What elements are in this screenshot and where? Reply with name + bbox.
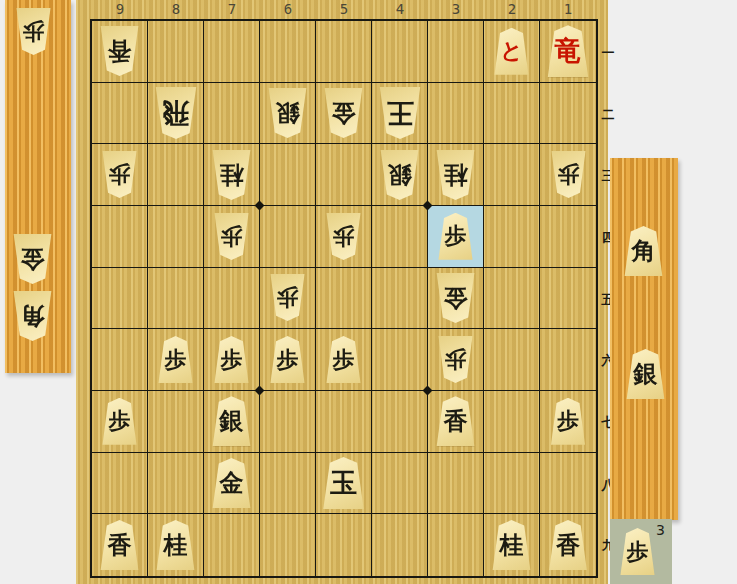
sente-hand-silver[interactable]: 銀	[625, 349, 666, 399]
square-2-6[interactable]	[484, 329, 540, 391]
piece-sente-tokin[interactable]: と	[493, 28, 530, 75]
shogi-board: 987654321 香と竜飛銀金王歩桂銀桂歩歩歩歩歩金歩歩歩歩歩歩銀香歩金玉香桂…	[76, 0, 608, 584]
piece-sente-pawn[interactable]: 歩	[437, 213, 474, 260]
piece-sente-pawn[interactable]: 歩	[101, 398, 138, 445]
square-8-5[interactable]	[148, 268, 204, 330]
square-1-9[interactable]: 香	[540, 514, 596, 576]
square-3-2[interactable]	[428, 83, 484, 145]
square-1-3[interactable]: 歩	[540, 144, 596, 206]
square-4-7[interactable]	[372, 391, 428, 453]
square-1-2[interactable]	[540, 83, 596, 145]
piece-sente-pawn[interactable]: 歩	[157, 336, 194, 383]
piece-gote-pawn[interactable]: 歩	[213, 213, 250, 260]
sente-hand-pawn-count: 3	[656, 522, 665, 538]
square-6-9[interactable]	[260, 514, 316, 576]
square-3-5[interactable]: 金	[428, 268, 484, 330]
piece-gote-pawn[interactable]: 歩	[437, 336, 474, 383]
square-9-6[interactable]	[92, 329, 148, 391]
square-1-5[interactable]	[540, 268, 596, 330]
file-label-2: 2	[484, 1, 540, 18]
piece-gote-king[interactable]: 王	[378, 87, 422, 139]
square-8-2[interactable]: 飛	[148, 83, 204, 145]
square-8-8[interactable]	[148, 453, 204, 515]
piece-sente-knight[interactable]: 桂	[155, 520, 196, 570]
board-grid: 香と竜飛銀金王歩桂銀桂歩歩歩歩歩金歩歩歩歩歩歩銀香歩金玉香桂桂香	[90, 19, 598, 578]
square-4-1[interactable]	[372, 21, 428, 83]
square-9-5[interactable]	[92, 268, 148, 330]
square-7-6[interactable]: 歩	[204, 329, 260, 391]
square-5-1[interactable]	[316, 21, 372, 83]
square-7-3[interactable]: 桂	[204, 144, 260, 206]
square-3-9[interactable]	[428, 514, 484, 576]
piece-gote-knight[interactable]: 桂	[211, 150, 252, 200]
square-6-1[interactable]	[260, 21, 316, 83]
piece-sente-silver[interactable]: 銀	[211, 396, 252, 446]
sente-hand-bishop[interactable]: 角	[623, 226, 664, 276]
piece-gote-silver[interactable]: 銀	[267, 88, 308, 138]
rank-label-2: 二	[600, 106, 616, 124]
square-5-4[interactable]: 歩	[316, 206, 372, 268]
square-8-4[interactable]	[148, 206, 204, 268]
piece-sente-gold[interactable]: 金	[211, 458, 252, 508]
square-7-2[interactable]	[204, 83, 260, 145]
file-label-5: 5	[316, 1, 372, 18]
piece-sente-king[interactable]: 玉	[322, 457, 366, 509]
square-3-4[interactable]: 歩	[428, 206, 484, 268]
square-6-8[interactable]	[260, 453, 316, 515]
square-5-9[interactable]	[316, 514, 372, 576]
piece-gote-pawn[interactable]: 歩	[550, 151, 587, 198]
sente-hand-pawn[interactable]: 歩	[619, 528, 656, 575]
square-1-4[interactable]	[540, 206, 596, 268]
gote-hand-stand: 歩 金 角	[5, 0, 71, 373]
square-1-8[interactable]	[540, 453, 596, 515]
piece-sente-pawn[interactable]: 歩	[269, 336, 306, 383]
shogi-app: 歩 金 角 987654321 香と竜飛銀金王歩桂銀桂歩歩歩歩歩金歩歩歩歩歩歩銀…	[0, 0, 737, 584]
square-9-2[interactable]	[92, 83, 148, 145]
piece-sente-pawn[interactable]: 歩	[325, 336, 362, 383]
square-7-7[interactable]: 銀	[204, 391, 260, 453]
square-5-8[interactable]: 玉	[316, 453, 372, 515]
file-label-4: 4	[372, 1, 428, 18]
piece-sente-lance[interactable]: 香	[99, 520, 140, 570]
gote-hand-gold[interactable]: 金	[12, 234, 53, 284]
square-9-1[interactable]: 香	[92, 21, 148, 83]
sente-hand-pawn-selected-square[interactable]: 歩 3	[610, 519, 672, 584]
square-2-8[interactable]	[484, 453, 540, 515]
square-3-7[interactable]: 香	[428, 391, 484, 453]
square-5-5[interactable]	[316, 268, 372, 330]
square-6-4[interactable]	[260, 206, 316, 268]
square-5-2[interactable]: 金	[316, 83, 372, 145]
piece-gote-pawn[interactable]: 歩	[101, 151, 138, 198]
square-7-4[interactable]: 歩	[204, 206, 260, 268]
square-9-8[interactable]	[92, 453, 148, 515]
square-7-1[interactable]	[204, 21, 260, 83]
square-8-9[interactable]: 桂	[148, 514, 204, 576]
square-4-6[interactable]	[372, 329, 428, 391]
square-2-4[interactable]	[484, 206, 540, 268]
square-4-9[interactable]	[372, 514, 428, 576]
rank-label-1: 一	[600, 44, 616, 62]
square-2-5[interactable]	[484, 268, 540, 330]
square-6-2[interactable]: 銀	[260, 83, 316, 145]
piece-gote-gold[interactable]: 金	[435, 273, 476, 323]
piece-gote-pawn[interactable]: 歩	[269, 274, 306, 321]
file-label-9: 9	[92, 1, 148, 18]
piece-sente-pawn[interactable]: 歩	[550, 398, 587, 445]
square-5-7[interactable]	[316, 391, 372, 453]
square-3-3[interactable]: 桂	[428, 144, 484, 206]
piece-sente-dragon[interactable]: 竜	[546, 25, 590, 77]
file-label-7: 7	[204, 1, 260, 18]
square-9-3[interactable]: 歩	[92, 144, 148, 206]
piece-gote-silver[interactable]: 銀	[379, 150, 420, 200]
square-4-4[interactable]	[372, 206, 428, 268]
square-3-1[interactable]	[428, 21, 484, 83]
gote-hand-pawn[interactable]: 歩	[15, 8, 52, 55]
piece-gote-rook[interactable]: 飛	[154, 87, 198, 139]
square-5-3[interactable]	[316, 144, 372, 206]
file-label-8: 8	[148, 1, 204, 18]
square-2-7[interactable]	[484, 391, 540, 453]
square-2-1[interactable]: と	[484, 21, 540, 83]
square-4-2[interactable]: 王	[372, 83, 428, 145]
square-4-8[interactable]	[372, 453, 428, 515]
square-4-5[interactable]	[372, 268, 428, 330]
square-9-9[interactable]: 香	[92, 514, 148, 576]
piece-sente-knight[interactable]: 桂	[491, 520, 532, 570]
piece-gote-gold[interactable]: 金	[323, 88, 364, 138]
file-label-3: 3	[428, 1, 484, 18]
square-2-3[interactable]	[484, 144, 540, 206]
square-8-1[interactable]	[148, 21, 204, 83]
square-1-7[interactable]: 歩	[540, 391, 596, 453]
square-5-6[interactable]: 歩	[316, 329, 372, 391]
piece-sente-lance[interactable]: 香	[435, 396, 476, 446]
square-3-6[interactable]: 歩	[428, 329, 484, 391]
piece-sente-pawn[interactable]: 歩	[213, 336, 250, 383]
square-6-3[interactable]	[260, 144, 316, 206]
file-label-6: 6	[260, 1, 316, 18]
square-8-3[interactable]	[148, 144, 204, 206]
square-9-7[interactable]: 歩	[92, 391, 148, 453]
square-7-9[interactable]	[204, 514, 260, 576]
square-2-2[interactable]	[484, 83, 540, 145]
square-6-5[interactable]: 歩	[260, 268, 316, 330]
piece-gote-knight[interactable]: 桂	[435, 150, 476, 200]
square-9-4[interactable]	[92, 206, 148, 268]
square-2-9[interactable]: 桂	[484, 514, 540, 576]
square-3-8[interactable]	[428, 453, 484, 515]
square-7-8[interactable]: 金	[204, 453, 260, 515]
piece-gote-pawn[interactable]: 歩	[325, 213, 362, 260]
square-8-7[interactable]	[148, 391, 204, 453]
square-7-5[interactable]	[204, 268, 260, 330]
piece-gote-lance[interactable]: 香	[99, 26, 140, 76]
square-1-1[interactable]: 竜	[540, 21, 596, 83]
square-8-6[interactable]: 歩	[148, 329, 204, 391]
file-label-1: 1	[540, 1, 596, 18]
square-6-7[interactable]	[260, 391, 316, 453]
square-1-6[interactable]	[540, 329, 596, 391]
gote-hand-bishop[interactable]: 角	[12, 291, 53, 341]
piece-sente-lance[interactable]: 香	[548, 520, 589, 570]
square-6-6[interactable]: 歩	[260, 329, 316, 391]
square-4-3[interactable]: 銀	[372, 144, 428, 206]
sente-hand-stand: 角 銀	[610, 158, 678, 520]
